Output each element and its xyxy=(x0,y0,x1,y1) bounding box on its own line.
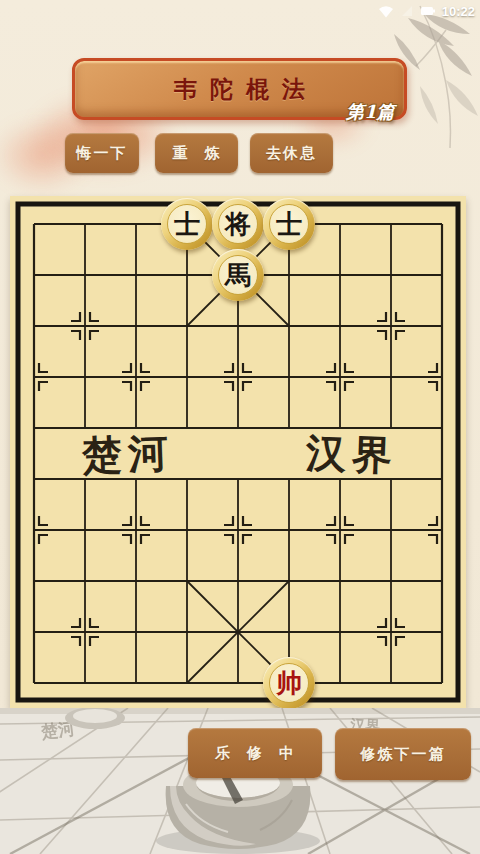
chapter-badge: 第1篇 xyxy=(346,100,395,124)
piece-black-advisor-2[interactable]: 士 xyxy=(263,198,315,250)
rest-button[interactable]: 去休息 xyxy=(250,133,333,173)
mode-button[interactable]: 乐 修 中 xyxy=(188,728,322,778)
wifi-icon xyxy=(378,4,394,18)
piece-black-horse[interactable]: 馬 xyxy=(212,249,264,301)
app-screen: 10:22 韦陀棍法 第1篇 悔一下 重 炼 去休息 xyxy=(0,0,480,854)
signal-icon xyxy=(400,4,414,18)
small-bowl xyxy=(65,708,125,729)
piece-black-advisor-1[interactable]: 士 xyxy=(161,198,213,250)
piece-black-general[interactable]: 将 xyxy=(212,198,264,250)
next-chapter-button[interactable]: 修炼下一篇 xyxy=(335,728,471,780)
undo-button[interactable]: 悔一下 xyxy=(65,133,139,173)
page-title: 韦陀棍法 xyxy=(161,74,318,105)
river-label-right: 汉界 xyxy=(304,428,399,478)
retry-button[interactable]: 重 炼 xyxy=(155,133,238,173)
status-time: 10:22 xyxy=(442,4,475,19)
battery-icon xyxy=(420,4,436,18)
status-bar: 10:22 xyxy=(0,0,480,22)
piece-red-general[interactable]: 帅 xyxy=(263,657,315,709)
river-label-left: 楚河 xyxy=(80,428,175,478)
